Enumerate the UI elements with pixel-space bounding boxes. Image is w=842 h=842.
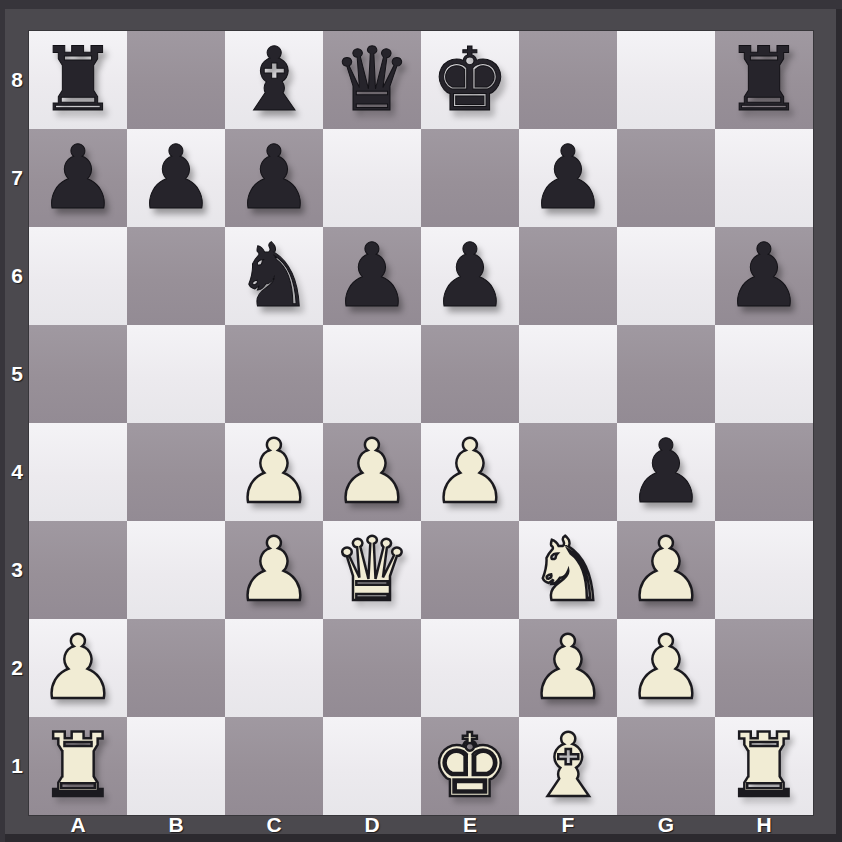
square-f1[interactable]: ♝ xyxy=(519,717,617,815)
square-f8[interactable] xyxy=(519,31,617,129)
piece-white-knight[interactable]: ♞ xyxy=(519,521,617,619)
piece-black-rook[interactable]: ♜ xyxy=(715,31,813,129)
square-h4[interactable] xyxy=(715,423,813,521)
square-c8[interactable]: ♝ xyxy=(225,31,323,129)
piece-black-pawn[interactable]: ♟ xyxy=(29,129,127,227)
square-g1[interactable] xyxy=(617,717,715,815)
square-g7[interactable] xyxy=(617,129,715,227)
file-label-e: E xyxy=(421,813,519,837)
square-a2[interactable]: ♟ xyxy=(29,619,127,717)
square-d5[interactable] xyxy=(323,325,421,423)
file-label-g: G xyxy=(617,813,715,837)
square-b3[interactable] xyxy=(127,521,225,619)
square-h8[interactable]: ♜ xyxy=(715,31,813,129)
square-f3[interactable]: ♞ xyxy=(519,521,617,619)
square-b4[interactable] xyxy=(127,423,225,521)
square-h7[interactable] xyxy=(715,129,813,227)
piece-black-knight[interactable]: ♞ xyxy=(225,227,323,325)
file-labels: ABCDEFGH xyxy=(29,813,813,836)
square-b5[interactable] xyxy=(127,325,225,423)
rank-label-6: 6 xyxy=(5,227,29,325)
piece-white-rook[interactable]: ♜ xyxy=(715,717,813,815)
piece-black-bishop[interactable]: ♝ xyxy=(225,31,323,129)
square-e8[interactable]: ♚ xyxy=(421,31,519,129)
piece-black-pawn[interactable]: ♟ xyxy=(519,129,617,227)
piece-white-pawn[interactable]: ♟ xyxy=(617,521,715,619)
square-d1[interactable] xyxy=(323,717,421,815)
square-b2[interactable] xyxy=(127,619,225,717)
square-f6[interactable] xyxy=(519,227,617,325)
piece-black-pawn[interactable]: ♟ xyxy=(225,129,323,227)
square-f4[interactable] xyxy=(519,423,617,521)
piece-black-pawn[interactable]: ♟ xyxy=(421,227,519,325)
square-c5[interactable] xyxy=(225,325,323,423)
rank-label-1: 1 xyxy=(5,717,29,815)
square-d3[interactable]: ♛ xyxy=(323,521,421,619)
piece-white-bishop[interactable]: ♝ xyxy=(519,717,617,815)
piece-white-pawn[interactable]: ♟ xyxy=(29,619,127,717)
square-h2[interactable] xyxy=(715,619,813,717)
square-g5[interactable] xyxy=(617,325,715,423)
rank-label-3: 3 xyxy=(5,521,29,619)
piece-white-pawn[interactable]: ♟ xyxy=(617,619,715,717)
square-a4[interactable] xyxy=(29,423,127,521)
rank-label-4: 4 xyxy=(5,423,29,521)
square-g4[interactable]: ♟ xyxy=(617,423,715,521)
square-d4[interactable]: ♟ xyxy=(323,423,421,521)
square-a5[interactable] xyxy=(29,325,127,423)
rank-labels: 87654321 xyxy=(5,31,29,815)
square-f2[interactable]: ♟ xyxy=(519,619,617,717)
rank-label-8: 8 xyxy=(5,31,29,129)
square-h6[interactable]: ♟ xyxy=(715,227,813,325)
square-a3[interactable] xyxy=(29,521,127,619)
square-c2[interactable] xyxy=(225,619,323,717)
square-a6[interactable] xyxy=(29,227,127,325)
piece-white-pawn[interactable]: ♟ xyxy=(421,423,519,521)
file-label-b: B xyxy=(127,813,225,837)
square-e1[interactable]: ♚ xyxy=(421,717,519,815)
file-label-h: H xyxy=(715,813,813,837)
piece-white-rook[interactable]: ♜ xyxy=(29,717,127,815)
square-c3[interactable]: ♟ xyxy=(225,521,323,619)
square-d2[interactable] xyxy=(323,619,421,717)
rank-label-2: 2 xyxy=(5,619,29,717)
square-g8[interactable] xyxy=(617,31,715,129)
chessboard: ♜♝♛♚♜♟♟♟♟♞♟♟♟♟♟♟♟♟♛♞♟♟♟♟♜♚♝♜ xyxy=(29,31,813,815)
piece-white-king[interactable]: ♚ xyxy=(421,717,519,815)
piece-black-pawn[interactable]: ♟ xyxy=(127,129,225,227)
file-label-c: C xyxy=(225,813,323,837)
square-h5[interactable] xyxy=(715,325,813,423)
square-a8[interactable]: ♜ xyxy=(29,31,127,129)
square-g2[interactable]: ♟ xyxy=(617,619,715,717)
square-g6[interactable] xyxy=(617,227,715,325)
square-g3[interactable]: ♟ xyxy=(617,521,715,619)
square-f5[interactable] xyxy=(519,325,617,423)
square-d8[interactable]: ♛ xyxy=(323,31,421,129)
square-c1[interactable] xyxy=(225,717,323,815)
square-f7[interactable]: ♟ xyxy=(519,129,617,227)
square-b1[interactable] xyxy=(127,717,225,815)
square-a7[interactable]: ♟ xyxy=(29,129,127,227)
square-e5[interactable] xyxy=(421,325,519,423)
piece-white-pawn[interactable]: ♟ xyxy=(225,423,323,521)
file-label-d: D xyxy=(323,813,421,837)
piece-white-queen[interactable]: ♛ xyxy=(323,521,421,619)
square-c6[interactable]: ♞ xyxy=(225,227,323,325)
square-d7[interactable] xyxy=(323,129,421,227)
file-label-f: F xyxy=(519,813,617,837)
piece-white-pawn[interactable]: ♟ xyxy=(225,521,323,619)
rank-label-5: 5 xyxy=(5,325,29,423)
square-e7[interactable] xyxy=(421,129,519,227)
piece-black-pawn[interactable]: ♟ xyxy=(323,227,421,325)
piece-white-pawn[interactable]: ♟ xyxy=(519,619,617,717)
piece-black-pawn[interactable]: ♟ xyxy=(715,227,813,325)
square-e4[interactable]: ♟ xyxy=(421,423,519,521)
square-e2[interactable] xyxy=(421,619,519,717)
square-b7[interactable]: ♟ xyxy=(127,129,225,227)
piece-black-queen[interactable]: ♛ xyxy=(323,31,421,129)
chessboard-frame: ♜♝♛♚♜♟♟♟♟♞♟♟♟♟♟♟♟♟♛♞♟♟♟♟♜♚♝♜ 87654321 AB… xyxy=(0,0,842,842)
square-c4[interactable]: ♟ xyxy=(225,423,323,521)
piece-black-pawn[interactable]: ♟ xyxy=(617,423,715,521)
square-b8[interactable] xyxy=(127,31,225,129)
square-h3[interactable] xyxy=(715,521,813,619)
piece-black-king[interactable]: ♚ xyxy=(421,31,519,129)
file-label-a: A xyxy=(29,813,127,837)
square-b6[interactable] xyxy=(127,227,225,325)
piece-white-pawn[interactable]: ♟ xyxy=(323,423,421,521)
square-h1[interactable]: ♜ xyxy=(715,717,813,815)
square-a1[interactable]: ♜ xyxy=(29,717,127,815)
rank-label-7: 7 xyxy=(5,129,29,227)
piece-black-rook[interactable]: ♜ xyxy=(29,31,127,129)
square-d6[interactable]: ♟ xyxy=(323,227,421,325)
square-e6[interactable]: ♟ xyxy=(421,227,519,325)
square-c7[interactable]: ♟ xyxy=(225,129,323,227)
square-e3[interactable] xyxy=(421,521,519,619)
